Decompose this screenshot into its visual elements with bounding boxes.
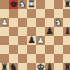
square-r0c3[interactable]: ♜ bbox=[27, 0, 36, 9]
square-r6c4[interactable] bbox=[36, 54, 45, 63]
piece-black-bishop: ♝ bbox=[45, 63, 53, 70]
piece-black-king: ♚ bbox=[9, 0, 17, 9]
square-r3c3[interactable] bbox=[27, 27, 36, 36]
square-r7c0[interactable]: ♜ bbox=[0, 63, 9, 70]
piece-black-pawn: ♟ bbox=[27, 36, 35, 45]
square-r4c3[interactable]: ♟ bbox=[27, 36, 36, 45]
piece-black-knight: ♞ bbox=[9, 63, 17, 70]
square-r1c6[interactable] bbox=[54, 9, 63, 18]
square-r2c2[interactable] bbox=[18, 18, 27, 27]
square-r1c2[interactable] bbox=[18, 9, 27, 18]
piece-white-knight: ♞ bbox=[18, 0, 26, 9]
piece-white-pawn: ♟ bbox=[0, 18, 8, 27]
square-r5c2[interactable] bbox=[18, 45, 27, 54]
square-r3c6[interactable] bbox=[54, 27, 63, 36]
square-r7c2[interactable] bbox=[18, 63, 27, 70]
chess-board: ♚♞♜♜♟♞♟♝♟♟♜♞♚♝♜ bbox=[0, 0, 70, 70]
square-r5c7[interactable] bbox=[63, 45, 70, 54]
square-r2c3[interactable] bbox=[27, 18, 36, 27]
square-r5c4[interactable] bbox=[36, 45, 45, 54]
piece-black-rook: ♜ bbox=[0, 63, 8, 70]
square-r3c5[interactable]: ♟ bbox=[45, 27, 54, 36]
highlighted-square-r0c1[interactable]: ♚ bbox=[9, 0, 18, 9]
square-r0c5[interactable] bbox=[45, 0, 54, 9]
square-r0c2[interactable]: ♞ bbox=[18, 0, 27, 9]
square-r1c3[interactable] bbox=[27, 9, 36, 18]
piece-white-pawn: ♟ bbox=[36, 36, 44, 45]
square-r5c3[interactable] bbox=[27, 45, 36, 54]
square-r4c5[interactable] bbox=[45, 36, 54, 45]
square-r6c3[interactable] bbox=[27, 54, 36, 63]
square-r5c0[interactable] bbox=[0, 45, 9, 54]
piece-white-rook: ♜ bbox=[27, 0, 35, 9]
square-r7c5[interactable]: ♝ bbox=[45, 63, 54, 70]
piece-white-king: ♚ bbox=[36, 63, 44, 70]
piece-black-rook: ♜ bbox=[63, 63, 70, 70]
square-r6c0[interactable] bbox=[0, 54, 9, 63]
square-r6c1[interactable] bbox=[9, 54, 18, 63]
square-r3c4[interactable] bbox=[36, 27, 45, 36]
square-r4c4[interactable]: ♟ bbox=[36, 36, 45, 45]
square-r3c2[interactable] bbox=[18, 27, 27, 36]
square-r4c0[interactable] bbox=[0, 36, 9, 45]
square-r5c5[interactable] bbox=[45, 45, 54, 54]
square-r0c4[interactable] bbox=[36, 0, 45, 9]
square-r2c1[interactable] bbox=[9, 18, 18, 27]
square-r6c7[interactable] bbox=[63, 54, 70, 63]
piece-black-pawn: ♟ bbox=[45, 27, 53, 36]
square-r4c6[interactable] bbox=[54, 36, 63, 45]
piece-black-rook: ♜ bbox=[63, 0, 70, 9]
square-r7c6[interactable] bbox=[54, 63, 63, 70]
square-r4c2[interactable] bbox=[18, 36, 27, 45]
square-r1c5[interactable] bbox=[45, 9, 54, 18]
square-r3c1[interactable] bbox=[9, 27, 18, 36]
square-r3c0[interactable] bbox=[0, 27, 9, 36]
square-r5c6[interactable] bbox=[54, 45, 63, 54]
square-r1c7[interactable] bbox=[63, 9, 70, 18]
piece-black-bishop: ♝ bbox=[63, 27, 70, 36]
square-r4c7[interactable] bbox=[63, 36, 70, 45]
square-r2c7[interactable] bbox=[63, 18, 70, 27]
square-r7c3[interactable] bbox=[27, 63, 36, 70]
square-r2c5[interactable] bbox=[45, 18, 54, 27]
square-r7c7[interactable]: ♜ bbox=[63, 63, 70, 70]
square-r3c7[interactable]: ♝ bbox=[63, 27, 70, 36]
square-r6c2[interactable] bbox=[18, 54, 27, 63]
square-r2c4[interactable] bbox=[36, 18, 45, 27]
square-r5c1[interactable] bbox=[9, 45, 18, 54]
square-r0c7[interactable]: ♜ bbox=[63, 0, 70, 9]
square-r7c1[interactable]: ♞ bbox=[9, 63, 18, 70]
square-r1c1[interactable] bbox=[9, 9, 18, 18]
piece-white-knight: ♞ bbox=[54, 18, 62, 27]
square-r2c0[interactable]: ♟ bbox=[0, 18, 9, 27]
square-r6c6[interactable] bbox=[54, 54, 63, 63]
square-r4c1[interactable] bbox=[9, 36, 18, 45]
square-r1c4[interactable] bbox=[36, 9, 45, 18]
square-r7c4[interactable]: ♚ bbox=[36, 63, 45, 70]
square-r2c6[interactable]: ♞ bbox=[54, 18, 63, 27]
square-r0c6[interactable] bbox=[54, 0, 63, 9]
chess-board-viewport: ♚♞♜♜♟♞♟♝♟♟♜♞♚♝♜ bbox=[0, 0, 70, 70]
square-r1c0[interactable] bbox=[0, 9, 9, 18]
square-r6c5[interactable] bbox=[45, 54, 54, 63]
square-r0c0[interactable] bbox=[0, 0, 9, 9]
